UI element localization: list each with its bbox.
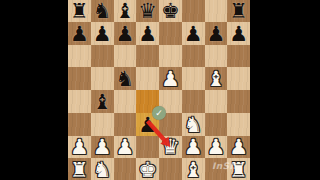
square-b6[interactable]	[91, 45, 114, 68]
square-g5[interactable]: ♝	[205, 67, 228, 90]
piece-black-pawn[interactable]: ♟	[115, 23, 134, 44]
square-b4[interactable]: ♝	[91, 90, 114, 113]
piece-black-pawn[interactable]: ♟	[70, 23, 89, 44]
square-h2[interactable]: ♟	[227, 136, 250, 159]
square-e5[interactable]: ♟	[159, 67, 182, 90]
square-b7[interactable]: ♟	[91, 22, 114, 45]
piece-black-bishop[interactable]: ♝	[93, 91, 112, 112]
piece-black-pawn[interactable]: ♟	[138, 23, 157, 44]
inshot-watermark: InSh	[212, 161, 236, 171]
good-move-checkmark-icon: ✓	[152, 106, 166, 120]
square-d8[interactable]: ♛	[136, 0, 159, 22]
square-c2[interactable]: ♟	[114, 136, 137, 159]
piece-black-king[interactable]: ♚	[161, 0, 180, 21]
square-b3[interactable]	[91, 113, 114, 136]
square-h5[interactable]	[227, 67, 250, 90]
square-g8[interactable]	[205, 0, 228, 22]
piece-black-knight[interactable]: ♞	[93, 0, 112, 21]
square-c7[interactable]: ♟	[114, 22, 137, 45]
square-b2[interactable]: ♟	[91, 136, 114, 159]
square-d7[interactable]: ♟	[136, 22, 159, 45]
square-a3[interactable]	[68, 113, 91, 136]
square-g6[interactable]	[205, 45, 228, 68]
square-a5[interactable]	[68, 67, 91, 90]
square-g7[interactable]: ♟	[205, 22, 228, 45]
square-a6[interactable]	[68, 45, 91, 68]
piece-black-bishop[interactable]: ♝	[115, 0, 134, 21]
square-c6[interactable]	[114, 45, 137, 68]
square-g3[interactable]	[205, 113, 228, 136]
square-h3[interactable]	[227, 113, 250, 136]
piece-black-pawn[interactable]: ♟	[206, 23, 225, 44]
square-c5[interactable]: ♞	[114, 67, 137, 90]
square-f4[interactable]	[182, 90, 205, 113]
square-b5[interactable]	[91, 67, 114, 90]
square-g4[interactable]	[205, 90, 228, 113]
piece-white-pawn[interactable]: ♟	[93, 137, 112, 158]
square-f6[interactable]	[182, 45, 205, 68]
chess-board: ♜♞♝♛♚♜♟♟♟♟♟♟♟♞♟♝♝♟♞♟♟♟♛♟♟♟♜♞♚♝♜	[68, 0, 250, 180]
square-h7[interactable]: ♟	[227, 22, 250, 45]
square-f5[interactable]	[182, 67, 205, 90]
piece-white-pawn[interactable]: ♟	[184, 137, 203, 158]
piece-white-knight[interactable]: ♞	[184, 114, 203, 135]
square-a1[interactable]: ♜	[68, 158, 91, 180]
piece-white-knight[interactable]: ♞	[93, 160, 112, 180]
piece-black-rook[interactable]: ♜	[70, 0, 89, 21]
piece-black-pawn[interactable]: ♟	[93, 23, 112, 44]
piece-white-pawn[interactable]: ♟	[229, 137, 248, 158]
piece-white-pawn[interactable]: ♟	[115, 137, 134, 158]
square-f8[interactable]	[182, 0, 205, 22]
square-f2[interactable]: ♟	[182, 136, 205, 159]
square-e6[interactable]	[159, 45, 182, 68]
square-d1[interactable]: ♚	[136, 158, 159, 180]
square-c1[interactable]	[114, 158, 137, 180]
piece-white-queen[interactable]: ♛	[161, 137, 180, 158]
piece-white-pawn[interactable]: ♟	[161, 69, 180, 90]
square-c3[interactable]	[114, 113, 137, 136]
square-f1[interactable]: ♝	[182, 158, 205, 180]
square-d2[interactable]	[136, 136, 159, 159]
piece-white-pawn[interactable]: ♟	[70, 137, 89, 158]
square-c8[interactable]: ♝	[114, 0, 137, 22]
square-f7[interactable]: ♟	[182, 22, 205, 45]
square-a7[interactable]: ♟	[68, 22, 91, 45]
piece-white-rook[interactable]: ♜	[70, 160, 89, 180]
video-frame: ♜♞♝♛♚♜♟♟♟♟♟♟♟♞♟♝♝♟♞♟♟♟♛♟♟♟♜♞♚♝♜ ✓ InSh	[0, 0, 320, 180]
square-e1[interactable]	[159, 158, 182, 180]
piece-black-rook[interactable]: ♜	[229, 0, 248, 21]
piece-black-pawn[interactable]: ♟	[184, 23, 203, 44]
square-c4[interactable]	[114, 90, 137, 113]
square-h6[interactable]	[227, 45, 250, 68]
square-a2[interactable]: ♟	[68, 136, 91, 159]
square-f3[interactable]: ♞	[182, 113, 205, 136]
piece-black-queen[interactable]: ♛	[138, 0, 157, 21]
letterbox-left	[0, 0, 68, 180]
piece-black-pawn[interactable]: ♟	[229, 23, 248, 44]
square-d5[interactable]	[136, 67, 159, 90]
square-e2[interactable]: ♛	[159, 136, 182, 159]
piece-white-pawn[interactable]: ♟	[206, 137, 225, 158]
square-e8[interactable]: ♚	[159, 0, 182, 22]
letterbox-right	[250, 0, 320, 180]
piece-black-knight[interactable]: ♞	[115, 69, 134, 90]
square-g2[interactable]: ♟	[205, 136, 228, 159]
square-a8[interactable]: ♜	[68, 0, 91, 22]
square-d6[interactable]	[136, 45, 159, 68]
square-b1[interactable]: ♞	[91, 158, 114, 180]
piece-white-bishop[interactable]: ♝	[206, 69, 225, 90]
piece-white-king[interactable]: ♚	[138, 160, 157, 180]
piece-white-bishop[interactable]: ♝	[184, 160, 203, 180]
square-b8[interactable]: ♞	[91, 0, 114, 22]
square-h8[interactable]: ♜	[227, 0, 250, 22]
square-a4[interactable]	[68, 90, 91, 113]
square-h4[interactable]	[227, 90, 250, 113]
square-e7[interactable]	[159, 22, 182, 45]
